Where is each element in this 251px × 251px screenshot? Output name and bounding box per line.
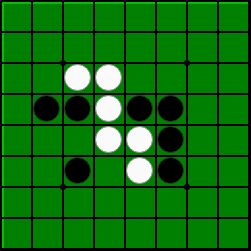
cell-e1[interactable] bbox=[124, 0, 155, 31]
cell-e3[interactable] bbox=[124, 62, 155, 93]
disc-black-f5 bbox=[157, 126, 184, 153]
star-point bbox=[184, 184, 190, 190]
disc-white-d3 bbox=[95, 64, 122, 91]
cell-b3[interactable] bbox=[31, 62, 62, 93]
cell-f1[interactable] bbox=[155, 0, 186, 31]
star-point bbox=[60, 184, 66, 190]
othello-board bbox=[0, 0, 251, 251]
cell-a1[interactable] bbox=[0, 0, 31, 31]
cell-a4[interactable] bbox=[0, 93, 31, 124]
disc-white-d4 bbox=[95, 95, 122, 122]
star-point bbox=[60, 60, 66, 66]
cell-h8[interactable] bbox=[217, 217, 248, 248]
cell-e5[interactable] bbox=[124, 124, 155, 155]
cell-c3[interactable] bbox=[62, 62, 93, 93]
disc-black-f4 bbox=[157, 95, 184, 122]
cell-c6[interactable] bbox=[62, 155, 93, 186]
cell-f3[interactable] bbox=[155, 62, 186, 93]
cell-b2[interactable] bbox=[31, 31, 62, 62]
cell-a5[interactable] bbox=[0, 124, 31, 155]
cell-c5[interactable] bbox=[62, 124, 93, 155]
disc-white-e6 bbox=[126, 157, 153, 184]
cell-h4[interactable] bbox=[217, 93, 248, 124]
cell-f2[interactable] bbox=[155, 31, 186, 62]
cell-a8[interactable] bbox=[0, 217, 31, 248]
cell-g5[interactable] bbox=[186, 124, 217, 155]
cell-e8[interactable] bbox=[124, 217, 155, 248]
cell-f7[interactable] bbox=[155, 186, 186, 217]
cell-b1[interactable] bbox=[31, 0, 62, 31]
cell-c4[interactable] bbox=[62, 93, 93, 124]
disc-black-e4 bbox=[126, 95, 153, 122]
cell-f4[interactable] bbox=[155, 93, 186, 124]
cell-b6[interactable] bbox=[31, 155, 62, 186]
cell-d1[interactable] bbox=[93, 0, 124, 31]
cell-d7[interactable] bbox=[93, 186, 124, 217]
cell-e6[interactable] bbox=[124, 155, 155, 186]
cell-d8[interactable] bbox=[93, 217, 124, 248]
cell-a3[interactable] bbox=[0, 62, 31, 93]
cell-g2[interactable] bbox=[186, 31, 217, 62]
cell-g6[interactable] bbox=[186, 155, 217, 186]
disc-white-c3 bbox=[64, 64, 91, 91]
disc-black-f6 bbox=[157, 157, 184, 184]
cell-d6[interactable] bbox=[93, 155, 124, 186]
cell-g7[interactable] bbox=[186, 186, 217, 217]
cell-e2[interactable] bbox=[124, 31, 155, 62]
cell-h6[interactable] bbox=[217, 155, 248, 186]
cell-f5[interactable] bbox=[155, 124, 186, 155]
cell-b8[interactable] bbox=[31, 217, 62, 248]
cell-c8[interactable] bbox=[62, 217, 93, 248]
cell-h5[interactable] bbox=[217, 124, 248, 155]
cell-e7[interactable] bbox=[124, 186, 155, 217]
cell-g8[interactable] bbox=[186, 217, 217, 248]
cell-b4[interactable] bbox=[31, 93, 62, 124]
cell-e4[interactable] bbox=[124, 93, 155, 124]
disc-black-c4 bbox=[64, 95, 91, 122]
disc-black-b4 bbox=[33, 95, 60, 122]
cell-d3[interactable] bbox=[93, 62, 124, 93]
cell-g4[interactable] bbox=[186, 93, 217, 124]
cell-f6[interactable] bbox=[155, 155, 186, 186]
cell-c2[interactable] bbox=[62, 31, 93, 62]
othello-app bbox=[0, 0, 251, 251]
disc-white-d5 bbox=[95, 126, 122, 153]
cell-a7[interactable] bbox=[0, 186, 31, 217]
cell-b5[interactable] bbox=[31, 124, 62, 155]
cell-c7[interactable] bbox=[62, 186, 93, 217]
cell-d2[interactable] bbox=[93, 31, 124, 62]
cell-h3[interactable] bbox=[217, 62, 248, 93]
cell-c1[interactable] bbox=[62, 0, 93, 31]
cell-b7[interactable] bbox=[31, 186, 62, 217]
star-point bbox=[184, 60, 190, 66]
cell-d5[interactable] bbox=[93, 124, 124, 155]
cell-a2[interactable] bbox=[0, 31, 31, 62]
cell-h2[interactable] bbox=[217, 31, 248, 62]
disc-black-c6 bbox=[64, 157, 91, 184]
cell-g1[interactable] bbox=[186, 0, 217, 31]
cell-h1[interactable] bbox=[217, 0, 248, 31]
cell-d4[interactable] bbox=[93, 93, 124, 124]
disc-white-e5 bbox=[126, 126, 153, 153]
cell-a6[interactable] bbox=[0, 155, 31, 186]
cell-g3[interactable] bbox=[186, 62, 217, 93]
cell-h7[interactable] bbox=[217, 186, 248, 217]
cell-f8[interactable] bbox=[155, 217, 186, 248]
